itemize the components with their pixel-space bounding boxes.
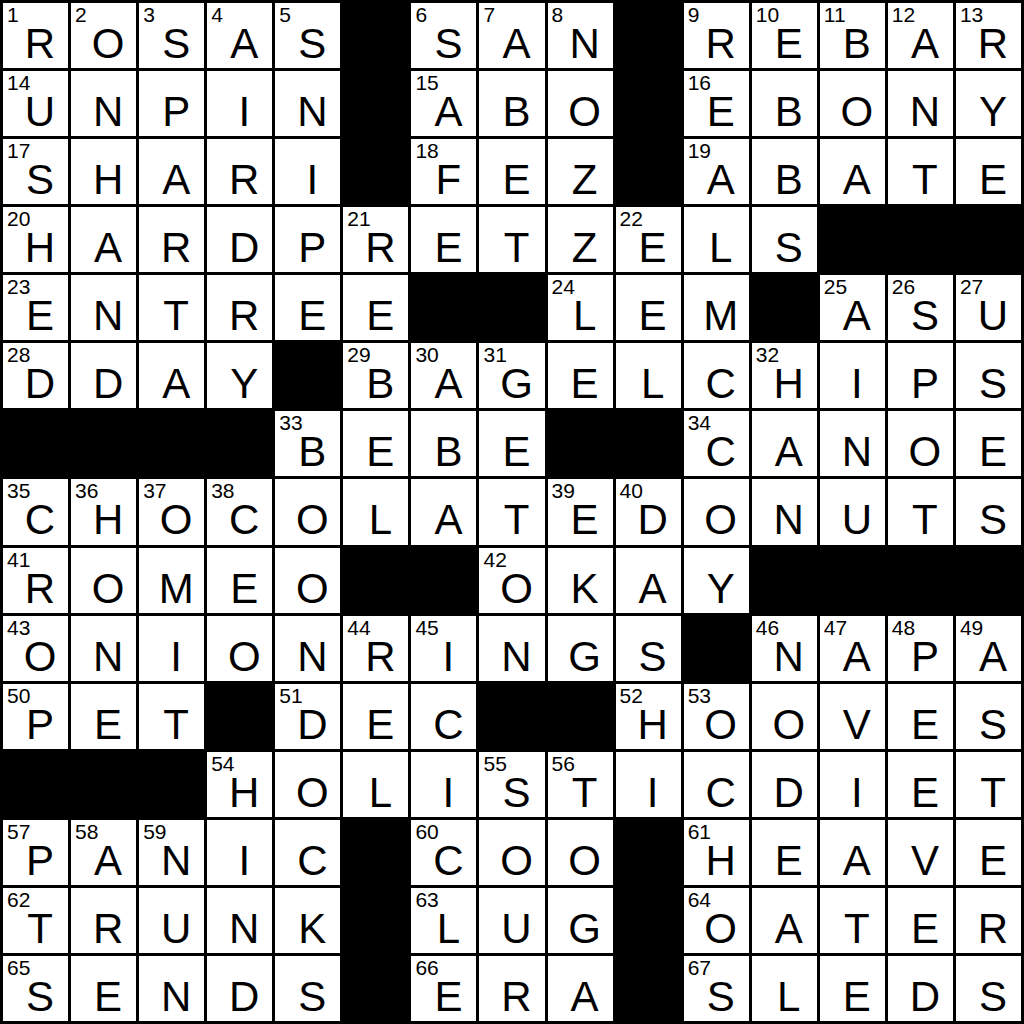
block-cell-r12c3: [139, 752, 204, 817]
letter-cell-r1c12[interactable]: 10E: [752, 3, 817, 68]
letter-cell-r1c2[interactable]: 2O: [71, 3, 136, 68]
cell-letter: O: [557, 839, 613, 883]
letter-cell-r12c10[interactable]: I: [616, 752, 681, 817]
letter-cell-r9c2[interactable]: O: [71, 548, 136, 613]
letter-cell-r6c1[interactable]: 28D: [3, 343, 68, 408]
cell-letter: D: [625, 498, 681, 542]
block-cell-r2c10: [616, 71, 681, 136]
letter-cell-r15c2[interactable]: E: [71, 956, 136, 1021]
letter-cell-r2c9[interactable]: O: [548, 71, 613, 136]
letter-cell-r10c1[interactable]: 43O: [3, 616, 68, 681]
letter-cell-r1c11[interactable]: 9R: [684, 3, 749, 68]
cell-letter: Y: [216, 362, 272, 406]
cell-letter: O: [488, 839, 544, 883]
letter-cell-r5c14[interactable]: 26S: [888, 275, 953, 340]
cell-letter: E: [420, 226, 476, 270]
letter-cell-r14c11[interactable]: 64O: [684, 888, 749, 953]
cell-letter: N: [80, 635, 136, 679]
cell-letter: A: [80, 226, 136, 270]
letter-cell-r14c13[interactable]: T: [820, 888, 885, 953]
cell-letter: V: [829, 703, 885, 747]
letter-cell-r8c11[interactable]: O: [684, 479, 749, 544]
letter-cell-r15c3[interactable]: N: [139, 956, 204, 1021]
letter-cell-r14c9[interactable]: G: [548, 888, 613, 953]
letter-cell-r13c4[interactable]: I: [207, 820, 272, 885]
cell-letter: T: [12, 907, 68, 951]
cell-letter: C: [693, 362, 749, 406]
cell-letter: E: [965, 430, 1021, 474]
cell-letter: A: [693, 158, 749, 202]
letter-cell-r14c3[interactable]: U: [139, 888, 204, 953]
letter-cell-r11c12[interactable]: O: [752, 684, 817, 749]
letter-cell-r6c9[interactable]: E: [548, 343, 613, 408]
letter-cell-r11c15[interactable]: S: [956, 684, 1021, 749]
letter-cell-r15c11[interactable]: 67S: [684, 956, 749, 1021]
letter-cell-r3c8[interactable]: E: [479, 139, 544, 204]
cell-letter: S: [284, 975, 340, 1019]
cell-letter: H: [761, 362, 817, 406]
letter-cell-r4c6[interactable]: 21R: [343, 207, 408, 272]
letter-cell-r6c15[interactable]: S: [956, 343, 1021, 408]
letter-cell-r12c15[interactable]: T: [956, 752, 1021, 817]
letter-cell-r10c15[interactable]: 49A: [956, 616, 1021, 681]
letter-cell-r13c15[interactable]: E: [956, 820, 1021, 885]
letter-cell-r15c12[interactable]: L: [752, 956, 817, 1021]
letter-cell-r11c7[interactable]: C: [411, 684, 476, 749]
letter-cell-r6c7[interactable]: 30A: [411, 343, 476, 408]
letter-cell-r11c1[interactable]: 50P: [3, 684, 68, 749]
letter-cell-r7c11[interactable]: 34C: [684, 411, 749, 476]
letter-cell-r10c8[interactable]: N: [479, 616, 544, 681]
letter-cell-r14c1[interactable]: 62T: [3, 888, 68, 953]
block-cell-r9c14: [888, 548, 953, 613]
letter-cell-r14c4[interactable]: N: [207, 888, 272, 953]
letter-cell-r14c15[interactable]: R: [956, 888, 1021, 953]
cell-letter: E: [693, 90, 749, 134]
cell-letter: B: [352, 362, 408, 406]
block-cell-r12c1: [3, 752, 68, 817]
letter-cell-r6c8[interactable]: 31G: [479, 343, 544, 408]
letter-cell-r4c12[interactable]: S: [752, 207, 817, 272]
block-cell-r3c6: [343, 139, 408, 204]
cell-letter: E: [761, 839, 817, 883]
cell-letter: N: [557, 22, 613, 66]
letter-cell-r3c2[interactable]: H: [71, 139, 136, 204]
letter-cell-r15c7[interactable]: 66E: [411, 956, 476, 1021]
letter-cell-r9c3[interactable]: M: [139, 548, 204, 613]
letter-cell-r6c10[interactable]: L: [616, 343, 681, 408]
letter-cell-r8c2[interactable]: 36H: [71, 479, 136, 544]
letter-cell-r2c14[interactable]: N: [888, 71, 953, 136]
letter-cell-r13c12[interactable]: E: [752, 820, 817, 885]
letter-cell-r3c9[interactable]: Z: [548, 139, 613, 204]
block-cell-r15c10: [616, 956, 681, 1021]
letter-cell-r13c8[interactable]: O: [479, 820, 544, 885]
cell-letter: D: [216, 975, 272, 1019]
letter-cell-r14c2[interactable]: R: [71, 888, 136, 953]
cell-letter: B: [761, 158, 817, 202]
block-cell-r14c10: [616, 888, 681, 953]
letter-cell-r15c13[interactable]: E: [820, 956, 885, 1021]
letter-cell-r2c2[interactable]: N: [71, 71, 136, 136]
letter-cell-r1c13[interactable]: 11B: [820, 3, 885, 68]
crossword-grid: 1R2O3S4A5S6S7A8N9R10E11B12A13R14UNPIN15A…: [0, 0, 1024, 1024]
letter-cell-r12c14[interactable]: E: [888, 752, 953, 817]
letter-cell-r4c3[interactable]: R: [139, 207, 204, 272]
cell-letter: B: [488, 90, 544, 134]
letter-cell-r13c7[interactable]: 60C: [411, 820, 476, 885]
cell-letter: I: [148, 635, 204, 679]
letter-cell-r4c7[interactable]: E: [411, 207, 476, 272]
letter-cell-r14c8[interactable]: U: [479, 888, 544, 953]
cell-letter: S: [965, 498, 1021, 542]
letter-cell-r15c5[interactable]: S: [275, 956, 340, 1021]
letter-cell-r2c4[interactable]: I: [207, 71, 272, 136]
letter-cell-r12c12[interactable]: D: [752, 752, 817, 817]
letter-cell-r12c8[interactable]: 55S: [479, 752, 544, 817]
letter-cell-r15c4[interactable]: D: [207, 956, 272, 1021]
cell-letter: F: [420, 158, 476, 202]
letter-cell-r4c2[interactable]: A: [71, 207, 136, 272]
letter-cell-r13c2[interactable]: 58A: [71, 820, 136, 885]
letter-cell-r3c15[interactable]: E: [956, 139, 1021, 204]
letter-cell-r11c5[interactable]: 51D: [275, 684, 340, 749]
cell-letter: R: [965, 22, 1021, 66]
letter-cell-r8c1[interactable]: 35C: [3, 479, 68, 544]
cell-letter: S: [12, 975, 68, 1019]
cell-letter: A: [829, 635, 885, 679]
cell-letter: O: [12, 635, 68, 679]
cell-letter: I: [216, 90, 272, 134]
letter-cell-r1c1[interactable]: 1R: [3, 3, 68, 68]
letter-cell-r2c12[interactable]: B: [752, 71, 817, 136]
cell-letter: L: [557, 294, 613, 338]
letter-cell-r5c6[interactable]: E: [343, 275, 408, 340]
cell-letter: N: [80, 90, 136, 134]
letter-cell-r3c4[interactable]: R: [207, 139, 272, 204]
letter-cell-r2c7[interactable]: 15A: [411, 71, 476, 136]
block-cell-r6c5: [275, 343, 340, 408]
cell-letter: A: [761, 907, 817, 951]
letter-cell-r5c5[interactable]: E: [275, 275, 340, 340]
letter-cell-r2c13[interactable]: O: [820, 71, 885, 136]
cell-letter: O: [557, 90, 613, 134]
letter-cell-r8c14[interactable]: T: [888, 479, 953, 544]
cell-letter: E: [897, 907, 953, 951]
cell-letter: E: [216, 567, 272, 611]
letter-cell-r1c4[interactable]: 4A: [207, 3, 272, 68]
cell-letter: A: [761, 430, 817, 474]
letter-cell-r7c5[interactable]: 33B: [275, 411, 340, 476]
cell-letter: P: [148, 90, 204, 134]
cell-letter: I: [625, 771, 681, 815]
cell-letter: O: [693, 703, 749, 747]
letter-cell-r10c14[interactable]: 48P: [888, 616, 953, 681]
letter-cell-r3c5[interactable]: I: [275, 139, 340, 204]
cell-letter: B: [284, 430, 340, 474]
letter-cell-r12c5[interactable]: O: [275, 752, 340, 817]
letter-cell-r8c13[interactable]: U: [820, 479, 885, 544]
cell-letter: R: [216, 158, 272, 202]
letter-cell-r5c15[interactable]: 27U: [956, 275, 1021, 340]
cell-letter: A: [829, 294, 885, 338]
cell-letter: H: [693, 839, 749, 883]
letter-cell-r10c6[interactable]: 44R: [343, 616, 408, 681]
cell-letter: H: [625, 703, 681, 747]
letter-cell-r10c12[interactable]: 46N: [752, 616, 817, 681]
block-cell-r5c12: [752, 275, 817, 340]
letter-cell-r13c3[interactable]: 59N: [139, 820, 204, 885]
letter-cell-r6c12[interactable]: 32H: [752, 343, 817, 408]
cell-letter: S: [693, 975, 749, 1019]
letter-cell-r9c9[interactable]: K: [548, 548, 613, 613]
letter-cell-r2c3[interactable]: P: [139, 71, 204, 136]
letter-cell-r11c14[interactable]: E: [888, 684, 953, 749]
letter-cell-r6c4[interactable]: Y: [207, 343, 272, 408]
block-cell-r7c9: [548, 411, 613, 476]
letter-cell-r8c6[interactable]: L: [343, 479, 408, 544]
block-cell-r4c15: [956, 207, 1021, 272]
cell-letter: P: [284, 226, 340, 270]
letter-cell-r3c7[interactable]: 18F: [411, 139, 476, 204]
letter-cell-r11c10[interactable]: 52H: [616, 684, 681, 749]
letter-cell-r8c15[interactable]: S: [956, 479, 1021, 544]
cell-letter: H: [80, 158, 136, 202]
letter-cell-r10c5[interactable]: N: [275, 616, 340, 681]
letter-cell-r4c8[interactable]: T: [479, 207, 544, 272]
letter-cell-r7c8[interactable]: E: [479, 411, 544, 476]
letter-cell-r11c6[interactable]: E: [343, 684, 408, 749]
letter-cell-r9c1[interactable]: 41R: [3, 548, 68, 613]
letter-cell-r9c5[interactable]: O: [275, 548, 340, 613]
letter-cell-r15c9[interactable]: A: [548, 956, 613, 1021]
letter-cell-r12c11[interactable]: C: [684, 752, 749, 817]
letter-cell-r9c4[interactable]: E: [207, 548, 272, 613]
letter-cell-r10c2[interactable]: N: [71, 616, 136, 681]
cell-letter: M: [693, 294, 749, 338]
cell-letter: I: [216, 839, 272, 883]
letter-cell-r13c1[interactable]: 57P: [3, 820, 68, 885]
letter-cell-r9c10[interactable]: A: [616, 548, 681, 613]
letter-cell-r2c15[interactable]: Y: [956, 71, 1021, 136]
cell-letter: R: [693, 22, 749, 66]
letter-cell-r6c14[interactable]: P: [888, 343, 953, 408]
cell-letter: D: [284, 703, 340, 747]
cell-letter: O: [897, 430, 953, 474]
cell-letter: O: [761, 703, 817, 747]
letter-cell-r13c11[interactable]: 61H: [684, 820, 749, 885]
letter-cell-r3c11[interactable]: 19A: [684, 139, 749, 204]
letter-cell-r13c5[interactable]: C: [275, 820, 340, 885]
letter-cell-r7c12[interactable]: A: [752, 411, 817, 476]
letter-cell-r15c14[interactable]: D: [888, 956, 953, 1021]
letter-cell-r6c11[interactable]: C: [684, 343, 749, 408]
cell-letter: I: [420, 771, 476, 815]
letter-cell-r3c14[interactable]: T: [888, 139, 953, 204]
letter-cell-r14c7[interactable]: 63L: [411, 888, 476, 953]
letter-cell-r1c14[interactable]: 12A: [888, 3, 953, 68]
cell-letter: B: [829, 22, 885, 66]
letter-cell-r1c3[interactable]: 3S: [139, 3, 204, 68]
letter-cell-r2c5[interactable]: N: [275, 71, 340, 136]
letter-cell-r5c10[interactable]: E: [616, 275, 681, 340]
letter-cell-r3c12[interactable]: B: [752, 139, 817, 204]
letter-cell-r3c1[interactable]: 17S: [3, 139, 68, 204]
letter-cell-r5c3[interactable]: T: [139, 275, 204, 340]
cell-letter: E: [557, 498, 613, 542]
letter-cell-r13c13[interactable]: A: [820, 820, 885, 885]
letter-cell-r8c10[interactable]: 40D: [616, 479, 681, 544]
letter-cell-r3c3[interactable]: A: [139, 139, 204, 204]
cell-letter: T: [897, 158, 953, 202]
letter-cell-r15c8[interactable]: R: [479, 956, 544, 1021]
letter-cell-r6c6[interactable]: 29B: [343, 343, 408, 408]
cell-letter: P: [12, 703, 68, 747]
cell-letter: U: [829, 498, 885, 542]
block-cell-r11c8: [479, 684, 544, 749]
cell-letter: Y: [965, 90, 1021, 134]
cell-letter: H: [80, 498, 136, 542]
cell-letter: O: [148, 498, 204, 542]
letter-cell-r1c15[interactable]: 13R: [956, 3, 1021, 68]
letter-cell-r12c9[interactable]: 56T: [548, 752, 613, 817]
cell-letter: B: [761, 90, 817, 134]
letter-cell-r8c3[interactable]: 37O: [139, 479, 204, 544]
letter-cell-r10c13[interactable]: 47A: [820, 616, 885, 681]
cell-letter: S: [897, 294, 953, 338]
letter-cell-r15c1[interactable]: 65S: [3, 956, 68, 1021]
cell-letter: N: [761, 498, 817, 542]
block-cell-r13c6: [343, 820, 408, 885]
letter-cell-r12c6[interactable]: L: [343, 752, 408, 817]
letter-cell-r7c14[interactable]: O: [888, 411, 953, 476]
letter-cell-r1c7[interactable]: 6S: [411, 3, 476, 68]
letter-cell-r10c9[interactable]: G: [548, 616, 613, 681]
letter-cell-r15c15[interactable]: S: [956, 956, 1021, 1021]
cell-letter: N: [148, 839, 204, 883]
cell-letter: N: [829, 430, 885, 474]
letter-cell-r9c8[interactable]: 42O: [479, 548, 544, 613]
cell-letter: T: [829, 907, 885, 951]
letter-cell-r8c12[interactable]: N: [752, 479, 817, 544]
letter-cell-r5c11[interactable]: M: [684, 275, 749, 340]
letter-cell-r5c9[interactable]: 24L: [548, 275, 613, 340]
cell-letter: L: [420, 907, 476, 951]
letter-cell-r5c2[interactable]: N: [71, 275, 136, 340]
cell-letter: C: [693, 771, 749, 815]
letter-cell-r8c5[interactable]: O: [275, 479, 340, 544]
letter-cell-r4c10[interactable]: 22E: [616, 207, 681, 272]
cell-letter: I: [829, 362, 885, 406]
letter-cell-r12c13[interactable]: I: [820, 752, 885, 817]
cell-letter: E: [12, 294, 68, 338]
cell-letter: B: [420, 430, 476, 474]
cell-letter: C: [12, 498, 68, 542]
letter-cell-r10c7[interactable]: 45I: [411, 616, 476, 681]
letter-cell-r6c13[interactable]: I: [820, 343, 885, 408]
letter-cell-r8c4[interactable]: 38C: [207, 479, 272, 544]
cell-letter: N: [761, 635, 817, 679]
letter-cell-r14c5[interactable]: K: [275, 888, 340, 953]
letter-cell-r10c3[interactable]: I: [139, 616, 204, 681]
letter-cell-r4c9[interactable]: Z: [548, 207, 613, 272]
cell-letter: C: [420, 703, 476, 747]
block-cell-r4c14: [888, 207, 953, 272]
cell-letter: D: [12, 362, 68, 406]
cell-letter: P: [897, 635, 953, 679]
letter-cell-r7c13[interactable]: N: [820, 411, 885, 476]
cell-letter: A: [420, 362, 476, 406]
letter-cell-r11c13[interactable]: V: [820, 684, 885, 749]
letter-cell-r6c3[interactable]: A: [139, 343, 204, 408]
cell-letter: O: [488, 567, 544, 611]
cell-letter: S: [625, 635, 681, 679]
cell-letter: A: [148, 362, 204, 406]
letter-cell-r10c10[interactable]: S: [616, 616, 681, 681]
block-cell-r7c2: [71, 411, 136, 476]
letter-cell-r8c7[interactable]: A: [411, 479, 476, 544]
letter-cell-r6c2[interactable]: D: [71, 343, 136, 408]
letter-cell-r2c11[interactable]: 16E: [684, 71, 749, 136]
letter-cell-r2c1[interactable]: 14U: [3, 71, 68, 136]
letter-cell-r13c14[interactable]: V: [888, 820, 953, 885]
letter-cell-r11c3[interactable]: T: [139, 684, 204, 749]
letter-cell-r13c9[interactable]: O: [548, 820, 613, 885]
cell-letter: I: [829, 771, 885, 815]
block-cell-r11c9: [548, 684, 613, 749]
cell-letter: C: [420, 839, 476, 883]
cell-letter: S: [420, 22, 476, 66]
letter-cell-r1c9[interactable]: 8N: [548, 3, 613, 68]
cell-letter: E: [897, 703, 953, 747]
block-cell-r7c10: [616, 411, 681, 476]
cell-letter: S: [148, 22, 204, 66]
letter-cell-r11c2[interactable]: E: [71, 684, 136, 749]
cell-letter: H: [12, 226, 68, 270]
block-cell-r12c2: [71, 752, 136, 817]
letter-cell-r4c11[interactable]: L: [684, 207, 749, 272]
letter-cell-r4c4[interactable]: D: [207, 207, 272, 272]
cell-letter: U: [488, 907, 544, 951]
letter-cell-r9c11[interactable]: Y: [684, 548, 749, 613]
letter-cell-r8c8[interactable]: T: [479, 479, 544, 544]
letter-cell-r4c1[interactable]: 20H: [3, 207, 68, 272]
letter-cell-r14c12[interactable]: A: [752, 888, 817, 953]
letter-cell-r7c6[interactable]: E: [343, 411, 408, 476]
letter-cell-r14c14[interactable]: E: [888, 888, 953, 953]
letter-cell-r5c4[interactable]: R: [207, 275, 272, 340]
letter-cell-r12c7[interactable]: I: [411, 752, 476, 817]
letter-cell-r10c4[interactable]: O: [207, 616, 272, 681]
cell-letter: R: [12, 22, 68, 66]
letter-cell-r5c13[interactable]: 25A: [820, 275, 885, 340]
letter-cell-r7c15[interactable]: E: [956, 411, 1021, 476]
letter-cell-r2c8[interactable]: B: [479, 71, 544, 136]
cell-letter: O: [80, 567, 136, 611]
letter-cell-r5c1[interactable]: 23E: [3, 275, 68, 340]
letter-cell-r3c13[interactable]: A: [820, 139, 885, 204]
letter-cell-r11c11[interactable]: 53O: [684, 684, 749, 749]
letter-cell-r7c7[interactable]: B: [411, 411, 476, 476]
cell-letter: D: [897, 975, 953, 1019]
letter-cell-r8c9[interactable]: 39E: [548, 479, 613, 544]
letter-cell-r12c4[interactable]: 54H: [207, 752, 272, 817]
letter-cell-r1c5[interactable]: 5S: [275, 3, 340, 68]
letter-cell-r4c5[interactable]: P: [275, 207, 340, 272]
letter-cell-r1c8[interactable]: 7A: [479, 3, 544, 68]
cell-letter: Z: [557, 226, 613, 270]
block-cell-r9c13: [820, 548, 885, 613]
